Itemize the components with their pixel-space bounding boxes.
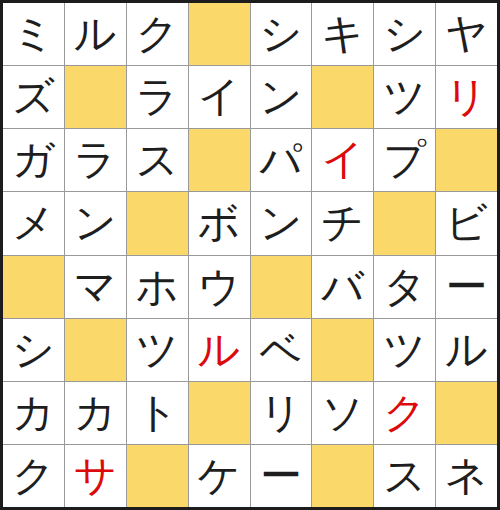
katakana-letter: シ: [259, 13, 302, 55]
cell-r3c5[interactable]: パ: [251, 129, 312, 191]
cell-r8c1[interactable]: ク: [3, 445, 64, 507]
katakana-letter: イ: [198, 76, 241, 118]
cell-r4c2[interactable]: ン: [65, 192, 126, 254]
cell-r4c1[interactable]: メ: [3, 192, 64, 254]
cell-r4c6[interactable]: チ: [312, 192, 373, 254]
cell-r1c7[interactable]: シ: [374, 3, 435, 65]
blocked-cell-r8c6: [312, 445, 373, 507]
blocked-cell-r3c4: [189, 129, 250, 191]
cell-r7c6[interactable]: ソ: [312, 382, 373, 444]
cell-r1c8[interactable]: ヤ: [436, 3, 497, 65]
blocked-cell-r7c4: [189, 382, 250, 444]
cell-r7c1[interactable]: カ: [3, 382, 64, 444]
cell-r2c3[interactable]: ラ: [127, 66, 188, 128]
cell-r5c6[interactable]: バ: [312, 256, 373, 318]
katakana-letter: ル: [445, 329, 488, 371]
katakana-letter: ネ: [445, 455, 488, 497]
katakana-letter: リ: [259, 392, 302, 434]
cell-r6c3[interactable]: ツ: [127, 319, 188, 381]
katakana-letter: ケ: [198, 455, 241, 497]
katakana-letter: ウ: [198, 266, 241, 308]
katakana-letter: メ: [12, 202, 55, 244]
cell-r3c7[interactable]: プ: [374, 129, 435, 191]
katakana-letter: イ: [321, 139, 364, 181]
katakana-letter: ー: [446, 266, 488, 308]
blocked-cell-r5c1: [3, 256, 64, 318]
katakana-letter: マ: [74, 266, 117, 308]
katakana-letter: ン: [259, 202, 302, 244]
katakana-letter: ホ: [136, 266, 179, 308]
cell-r2c4[interactable]: イ: [189, 66, 250, 128]
blocked-cell-r5c5: [251, 256, 312, 318]
katakana-letter: ラ: [74, 139, 117, 181]
katakana-letter: ガ: [12, 139, 55, 181]
blocked-cell-r7c8: [436, 382, 497, 444]
cell-r3c1[interactable]: ガ: [3, 129, 64, 191]
katakana-letter: ヤ: [445, 13, 488, 55]
cell-r4c5[interactable]: ン: [251, 192, 312, 254]
blocked-cell-r4c3: [127, 192, 188, 254]
cell-r2c5[interactable]: ン: [251, 66, 312, 128]
blocked-cell-r8c3: [127, 445, 188, 507]
blocked-cell-r6c2: [65, 319, 126, 381]
cell-r7c3[interactable]: ト: [127, 382, 188, 444]
cell-r6c1[interactable]: シ: [3, 319, 64, 381]
blocked-cell-r2c2: [65, 66, 126, 128]
cell-r4c4[interactable]: ボ: [189, 192, 250, 254]
katakana-letter: ベ: [259, 329, 302, 371]
cell-r6c7[interactable]: ツ: [374, 319, 435, 381]
cell-r8c5[interactable]: ー: [251, 445, 312, 507]
cell-r1c6[interactable]: キ: [312, 3, 373, 65]
katakana-letter: ン: [74, 202, 117, 244]
katakana-letter: ル: [198, 329, 241, 371]
cell-r6c8[interactable]: ル: [436, 319, 497, 381]
cell-r3c3[interactable]: ス: [127, 129, 188, 191]
cell-r1c1[interactable]: ミ: [3, 3, 64, 65]
cell-r6c5[interactable]: ベ: [251, 319, 312, 381]
katakana-letter: カ: [12, 392, 55, 434]
cell-r5c8[interactable]: ー: [436, 256, 497, 318]
blocked-cell-r1c4: [189, 3, 250, 65]
katakana-letter: ン: [259, 76, 302, 118]
cell-r5c4[interactable]: ウ: [189, 256, 250, 318]
katakana-letter: ス: [383, 455, 426, 497]
cell-r3c2[interactable]: ラ: [65, 129, 126, 191]
katakana-letter: ズ: [12, 76, 55, 118]
cell-r3c6[interactable]: イ: [312, 129, 373, 191]
cell-r1c5[interactable]: シ: [251, 3, 312, 65]
katakana-letter: ス: [136, 139, 179, 181]
katakana-letter: ク: [136, 13, 179, 55]
katakana-letter: ソ: [321, 392, 364, 434]
cell-r7c7[interactable]: ク: [374, 382, 435, 444]
cell-r6c4[interactable]: ル: [189, 319, 250, 381]
cell-r8c8[interactable]: ネ: [436, 445, 497, 507]
katakana-letter: ル: [74, 13, 117, 55]
katakana-letter: ボ: [198, 202, 241, 244]
cell-r8c4[interactable]: ケ: [189, 445, 250, 507]
cell-r5c3[interactable]: ホ: [127, 256, 188, 318]
cell-r8c2[interactable]: サ: [65, 445, 126, 507]
cell-r1c2[interactable]: ル: [65, 3, 126, 65]
cell-r2c1[interactable]: ズ: [3, 66, 64, 128]
katakana-letter: リ: [445, 76, 488, 118]
katakana-letter: サ: [74, 455, 117, 497]
katakana-letter: ト: [136, 392, 179, 434]
katakana-letter: バ: [321, 266, 364, 308]
katakana-letter: カ: [74, 392, 117, 434]
katakana-letter: ク: [12, 455, 55, 497]
katakana-letter: シ: [383, 13, 426, 55]
cell-r7c5[interactable]: リ: [251, 382, 312, 444]
cell-r5c7[interactable]: タ: [374, 256, 435, 318]
cell-r4c8[interactable]: ビ: [436, 192, 497, 254]
katakana-letter: ク: [383, 392, 426, 434]
blocked-cell-r3c8: [436, 129, 497, 191]
cell-r8c7[interactable]: ス: [374, 445, 435, 507]
katakana-letter: ツ: [383, 76, 426, 118]
cell-r1c3[interactable]: ク: [127, 3, 188, 65]
katakana-letter: シ: [12, 329, 55, 371]
katakana-letter: パ: [259, 139, 302, 181]
blocked-cell-r2c6: [312, 66, 373, 128]
katakana-letter: キ: [321, 13, 364, 55]
katakana-letter: ツ: [136, 329, 179, 371]
cell-r7c2[interactable]: カ: [65, 382, 126, 444]
cell-r5c2[interactable]: マ: [65, 256, 126, 318]
crossword-board: ミルクシキシヤズラインツリガラスパイプメンボンチビマホウバターシツルベツルカカト…: [0, 0, 500, 510]
katakana-letter: ー: [260, 455, 302, 497]
katakana-letter: ビ: [445, 202, 488, 244]
cell-r2c8[interactable]: リ: [436, 66, 497, 128]
blocked-cell-r4c7: [374, 192, 435, 254]
cell-r2c7[interactable]: ツ: [374, 66, 435, 128]
katakana-letter: ミ: [12, 13, 55, 55]
katakana-letter: プ: [383, 139, 426, 181]
blocked-cell-r6c6: [312, 319, 373, 381]
katakana-letter: ツ: [383, 329, 426, 371]
katakana-letter: ラ: [136, 76, 179, 118]
katakana-letter: チ: [321, 202, 364, 244]
katakana-letter: タ: [383, 266, 426, 308]
